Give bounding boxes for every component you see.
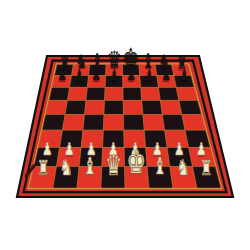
board-square <box>106 65 123 76</box>
board-square <box>105 76 123 88</box>
board-square <box>83 115 104 131</box>
board-square <box>86 87 105 100</box>
board-square <box>123 65 140 76</box>
board-square <box>155 65 174 76</box>
board-square <box>49 87 70 100</box>
board-square <box>125 167 149 188</box>
board-square <box>167 148 192 167</box>
board-square <box>57 148 82 167</box>
board-square <box>42 115 65 131</box>
board-square <box>146 148 170 167</box>
board-square <box>77 167 102 188</box>
chess-board <box>0 0 250 250</box>
board-square <box>147 167 173 188</box>
board-square <box>124 130 146 147</box>
board-square <box>72 65 90 76</box>
board-square <box>144 130 167 147</box>
board-square <box>123 87 142 100</box>
board-square <box>53 167 79 188</box>
board-square <box>52 76 72 88</box>
board-square <box>143 115 165 131</box>
board-square <box>160 100 182 114</box>
board-square <box>65 100 86 114</box>
board-square <box>159 87 180 100</box>
board-square <box>165 130 189 147</box>
board-square <box>105 87 124 100</box>
board-square <box>123 100 143 114</box>
board-square <box>141 87 161 100</box>
board-square <box>172 65 191 76</box>
board-square <box>85 100 105 114</box>
board-square <box>170 167 197 188</box>
board-square <box>34 148 60 167</box>
board-square <box>63 115 85 131</box>
board-square <box>103 115 123 131</box>
board-square <box>174 76 194 88</box>
board-square <box>38 130 62 147</box>
board-square <box>29 167 57 188</box>
board-square <box>102 148 125 167</box>
board-square <box>185 130 210 147</box>
board-square <box>60 130 83 147</box>
board-square <box>124 148 147 167</box>
board-square <box>81 130 103 147</box>
board-square <box>104 100 124 114</box>
board-square <box>139 65 157 76</box>
board-square <box>101 167 125 188</box>
photo-background: ♜♞♝♛♚♝♞♜♟♟♟♟♟♟♟♟♟♟♟♟♟♟♟♟♜♞♝♛♚♝♞♜ <box>0 0 250 250</box>
board-square <box>89 65 107 76</box>
board-square <box>176 87 197 100</box>
board-square <box>157 76 177 88</box>
board-square <box>124 115 145 131</box>
board-square <box>182 115 206 131</box>
board-square <box>142 100 163 114</box>
board-square <box>162 115 185 131</box>
board-square <box>46 100 68 114</box>
board-square <box>103 130 125 147</box>
board-square <box>87 76 105 88</box>
board-square <box>70 76 89 88</box>
board-square <box>68 87 88 100</box>
board-square <box>179 100 201 114</box>
board-square <box>55 65 74 76</box>
board-square <box>123 76 141 88</box>
board-square <box>140 76 159 88</box>
board-square <box>79 148 103 167</box>
